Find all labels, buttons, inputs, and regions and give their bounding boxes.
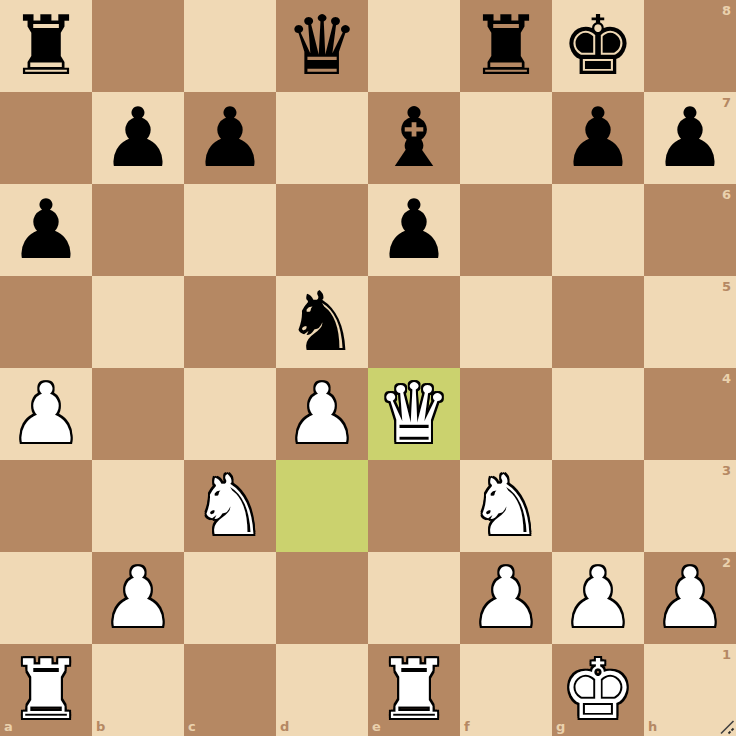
square-b2[interactable]: ♟ bbox=[92, 552, 184, 644]
black-pawn-h7[interactable]: ♟ bbox=[653, 92, 727, 184]
white-pawn-h2[interactable]: ♟ bbox=[653, 552, 727, 644]
square-d3[interactable] bbox=[276, 460, 368, 552]
square-d7[interactable] bbox=[276, 92, 368, 184]
black-pawn-e6[interactable]: ♟ bbox=[377, 184, 451, 276]
square-a3[interactable] bbox=[0, 460, 92, 552]
chess-board: ♜♛♜♚8♟♟♝♟♟7♟♟6♞5♟♟♛4♞♞3♟♟♟♟2♜abcd♜ef♚gh1 bbox=[0, 0, 736, 736]
white-rook-a1[interactable]: ♜ bbox=[9, 644, 83, 736]
square-g6[interactable] bbox=[552, 184, 644, 276]
square-c1[interactable]: c bbox=[184, 644, 276, 736]
coord-file-h: h bbox=[648, 720, 657, 733]
square-e6[interactable]: ♟ bbox=[368, 184, 460, 276]
square-c4[interactable] bbox=[184, 368, 276, 460]
square-b3[interactable] bbox=[92, 460, 184, 552]
black-rook-f8[interactable]: ♜ bbox=[469, 0, 543, 92]
square-h7[interactable]: ♟7 bbox=[644, 92, 736, 184]
square-e2[interactable] bbox=[368, 552, 460, 644]
square-a4[interactable]: ♟ bbox=[0, 368, 92, 460]
square-e8[interactable] bbox=[368, 0, 460, 92]
board-resize-handle-icon[interactable] bbox=[720, 720, 735, 735]
square-f5[interactable] bbox=[460, 276, 552, 368]
square-g7[interactable]: ♟ bbox=[552, 92, 644, 184]
square-d8[interactable]: ♛ bbox=[276, 0, 368, 92]
square-e4[interactable]: ♛ bbox=[368, 368, 460, 460]
black-king-g8[interactable]: ♚ bbox=[561, 0, 635, 92]
coord-rank-6: 6 bbox=[722, 188, 731, 201]
square-a5[interactable] bbox=[0, 276, 92, 368]
black-queen-d8[interactable]: ♛ bbox=[285, 0, 359, 92]
square-g8[interactable]: ♚ bbox=[552, 0, 644, 92]
square-g4[interactable] bbox=[552, 368, 644, 460]
square-f4[interactable] bbox=[460, 368, 552, 460]
square-h8[interactable]: 8 bbox=[644, 0, 736, 92]
square-e7[interactable]: ♝ bbox=[368, 92, 460, 184]
square-c3[interactable]: ♞ bbox=[184, 460, 276, 552]
square-b5[interactable] bbox=[92, 276, 184, 368]
coord-rank-4: 4 bbox=[722, 372, 731, 385]
white-pawn-a4[interactable]: ♟ bbox=[9, 368, 83, 460]
square-c6[interactable] bbox=[184, 184, 276, 276]
white-knight-f3[interactable]: ♞ bbox=[469, 460, 543, 552]
square-a6[interactable]: ♟ bbox=[0, 184, 92, 276]
square-d4[interactable]: ♟ bbox=[276, 368, 368, 460]
square-e3[interactable] bbox=[368, 460, 460, 552]
square-g3[interactable] bbox=[552, 460, 644, 552]
white-king-g1[interactable]: ♚ bbox=[561, 644, 635, 736]
white-rook-e1[interactable]: ♜ bbox=[377, 644, 451, 736]
square-h4[interactable]: 4 bbox=[644, 368, 736, 460]
coord-rank-5: 5 bbox=[722, 280, 731, 293]
square-g5[interactable] bbox=[552, 276, 644, 368]
black-pawn-c7[interactable]: ♟ bbox=[193, 92, 267, 184]
square-a1[interactable]: ♜a bbox=[0, 644, 92, 736]
square-d2[interactable] bbox=[276, 552, 368, 644]
coord-file-f: f bbox=[464, 720, 470, 733]
black-pawn-a6[interactable]: ♟ bbox=[9, 184, 83, 276]
coord-file-d: d bbox=[280, 720, 289, 733]
white-pawn-d4[interactable]: ♟ bbox=[285, 368, 359, 460]
square-h3[interactable]: 3 bbox=[644, 460, 736, 552]
square-f3[interactable]: ♞ bbox=[460, 460, 552, 552]
square-c5[interactable] bbox=[184, 276, 276, 368]
square-d6[interactable] bbox=[276, 184, 368, 276]
coord-rank-1: 1 bbox=[722, 648, 731, 661]
square-b4[interactable] bbox=[92, 368, 184, 460]
square-a8[interactable]: ♜ bbox=[0, 0, 92, 92]
square-d1[interactable]: d bbox=[276, 644, 368, 736]
square-f8[interactable]: ♜ bbox=[460, 0, 552, 92]
black-bishop-e7[interactable]: ♝ bbox=[377, 92, 451, 184]
white-pawn-f2[interactable]: ♟ bbox=[469, 552, 543, 644]
square-f7[interactable] bbox=[460, 92, 552, 184]
square-b1[interactable]: b bbox=[92, 644, 184, 736]
square-f6[interactable] bbox=[460, 184, 552, 276]
black-knight-d5[interactable]: ♞ bbox=[285, 276, 359, 368]
coord-rank-8: 8 bbox=[722, 4, 731, 17]
white-queen-e4[interactable]: ♛ bbox=[377, 368, 451, 460]
square-g2[interactable]: ♟ bbox=[552, 552, 644, 644]
square-f1[interactable]: f bbox=[460, 644, 552, 736]
square-f2[interactable]: ♟ bbox=[460, 552, 552, 644]
white-knight-c3[interactable]: ♞ bbox=[193, 460, 267, 552]
square-c7[interactable]: ♟ bbox=[184, 92, 276, 184]
square-b6[interactable] bbox=[92, 184, 184, 276]
coord-rank-3: 3 bbox=[722, 464, 731, 477]
square-a2[interactable] bbox=[0, 552, 92, 644]
coord-file-b: b bbox=[96, 720, 105, 733]
square-c8[interactable] bbox=[184, 0, 276, 92]
square-e1[interactable]: ♜e bbox=[368, 644, 460, 736]
black-pawn-b7[interactable]: ♟ bbox=[101, 92, 175, 184]
square-c2[interactable] bbox=[184, 552, 276, 644]
square-h5[interactable]: 5 bbox=[644, 276, 736, 368]
square-b8[interactable] bbox=[92, 0, 184, 92]
square-h2[interactable]: ♟2 bbox=[644, 552, 736, 644]
square-d5[interactable]: ♞ bbox=[276, 276, 368, 368]
black-rook-a8[interactable]: ♜ bbox=[9, 0, 83, 92]
square-h6[interactable]: 6 bbox=[644, 184, 736, 276]
white-pawn-g2[interactable]: ♟ bbox=[561, 552, 635, 644]
black-pawn-g7[interactable]: ♟ bbox=[561, 92, 635, 184]
square-e5[interactable] bbox=[368, 276, 460, 368]
square-b7[interactable]: ♟ bbox=[92, 92, 184, 184]
square-a7[interactable] bbox=[0, 92, 92, 184]
square-g1[interactable]: ♚g bbox=[552, 644, 644, 736]
coord-file-c: c bbox=[188, 720, 196, 733]
white-pawn-b2[interactable]: ♟ bbox=[101, 552, 175, 644]
